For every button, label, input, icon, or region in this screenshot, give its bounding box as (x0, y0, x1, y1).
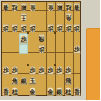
hoshi-dot (27, 64, 28, 65)
shogi-piece-knight[interactable]: 桂 (65, 87, 72, 96)
shogi-piece-lance[interactable]: 香 (73, 87, 80, 96)
shogi-piece-pawn[interactable]: 歩 (2, 24, 9, 33)
shogi-piece-king[interactable]: 王 (20, 13, 27, 22)
last-move-from-highlight (19, 44, 28, 55)
shogi-piece-rook[interactable]: 飛 (65, 77, 72, 86)
shogi-piece-lance[interactable]: 香 (73, 3, 80, 12)
shogi-piece-bishop[interactable]: 角 (11, 77, 18, 86)
shogi-piece-pawn[interactable]: 歩 (47, 66, 54, 75)
shogi-piece-pawn[interactable]: 歩 (65, 24, 72, 33)
shogi-piece-bishop[interactable]: 角 (65, 13, 72, 22)
shogi-piece-gold[interactable]: 金 (47, 3, 54, 12)
shogi-piece-gold[interactable]: 金 (29, 87, 36, 96)
shogi-piece-pawn[interactable]: 歩 (11, 66, 18, 75)
shogi-piece-knight[interactable]: 桂 (11, 3, 18, 12)
shogi-piece-gold[interactable]: 金 (47, 87, 54, 96)
shogi-piece-pawn[interactable]: 歩 (29, 24, 36, 33)
shogi-piece-pawn[interactable]: 歩 (29, 66, 36, 75)
shogi-piece-pawn[interactable]: 歩 (47, 24, 54, 33)
shogi-piece-pawn[interactable]: 歩 (73, 45, 80, 54)
shogi-piece-silver[interactable]: 銀 (56, 3, 63, 12)
sente-captured-pieces-tray[interactable] (86, 28, 101, 101)
shogi-piece-knight[interactable]: 桂 (65, 3, 72, 12)
shogi-piece-pawn[interactable]: 歩 (73, 24, 80, 33)
shogi-piece-silver[interactable]: 銀 (56, 87, 63, 96)
shogi-piece-pawn[interactable]: 歩 (65, 66, 72, 75)
shogi-piece-pawn[interactable]: 歩 (56, 24, 63, 33)
shogi-piece-gold[interactable]: 金 (29, 3, 36, 12)
shogi-piece-pawn[interactable]: 歩 (38, 45, 45, 54)
hoshi-dot (27, 32, 28, 33)
shogi-piece-pawn[interactable]: 歩 (11, 24, 18, 33)
shogi-piece-silver[interactable]: 銀 (20, 77, 27, 86)
shogi-piece-pawn[interactable]: 歩 (2, 66, 9, 75)
shogi-piece-pawn[interactable]: 歩 (38, 66, 45, 75)
app-background: 香桂銀金金銀桂香王角歩歩歩歩歩歩歩歩飛歩歩歩歩歩歩歩歩歩歩角銀玉飛香桂金金銀桂香 (0, 0, 100, 100)
hoshi-dot (54, 64, 55, 65)
hoshi-dot (54, 32, 55, 33)
shogi-piece-silver[interactable]: 銀 (20, 3, 27, 12)
shogi-piece-lance[interactable]: 香 (2, 87, 9, 96)
shogi-piece-lance[interactable]: 香 (2, 3, 9, 12)
shogi-piece-king[interactable]: 玉 (29, 77, 36, 86)
shogi-board[interactable]: 香桂銀金金銀桂香王角歩歩歩歩歩歩歩歩飛歩歩歩歩歩歩歩歩歩歩角銀玉飛香桂金金銀桂香 (1, 1, 81, 96)
shogi-piece-knight[interactable]: 桂 (11, 87, 18, 96)
shogi-piece-pawn[interactable]: 歩 (56, 66, 63, 75)
shogi-piece-rook[interactable]: 飛 (38, 34, 45, 43)
shogi-piece-pawn[interactable]: 歩 (20, 24, 27, 33)
